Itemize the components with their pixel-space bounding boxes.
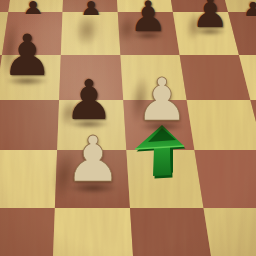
green-up-arrow-icon bbox=[135, 125, 186, 179]
chessboard-photo: ♟♟♟♟♟♟♟♟♟ bbox=[0, 0, 256, 256]
move-arrow bbox=[0, 0, 256, 256]
